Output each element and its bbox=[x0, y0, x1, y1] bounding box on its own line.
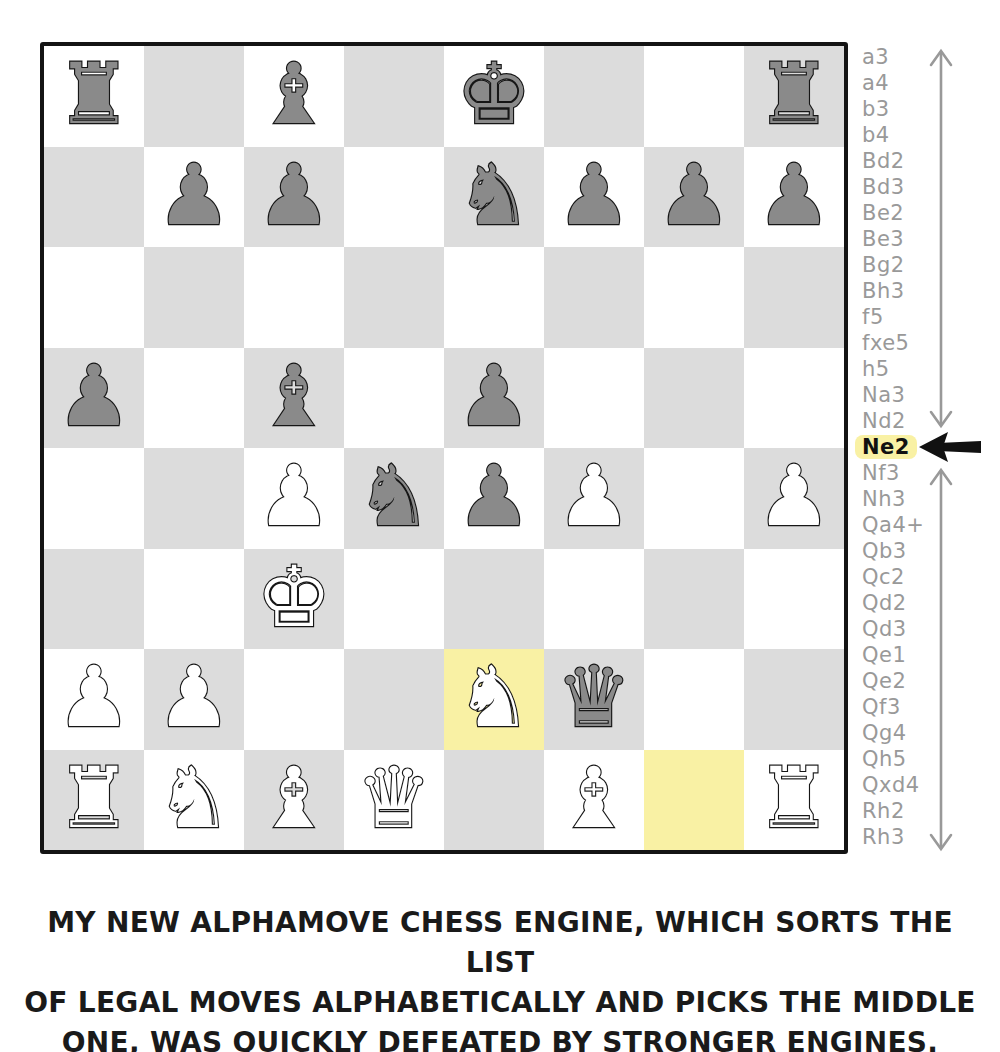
square-g7: ♟ bbox=[644, 147, 744, 248]
square-d7 bbox=[344, 147, 444, 248]
piece-white-pawn-a2: ♟ bbox=[56, 655, 131, 739]
move-list-item: Qa4+ bbox=[862, 512, 937, 538]
piece-black-bishop-c8: ♝ bbox=[256, 52, 331, 136]
square-g1 bbox=[644, 750, 744, 851]
square-h2 bbox=[744, 649, 844, 750]
move-label: f5 bbox=[862, 305, 884, 329]
square-d4: ♞ bbox=[344, 448, 444, 549]
square-d8 bbox=[344, 46, 444, 147]
move-label: Bg2 bbox=[862, 253, 905, 277]
chess-board: ♜♝♚♜♟♟♞♟♟♟♟♝♟♟♞♟♟♟♚♟♟♞♛♜♞♝♛♝♜ bbox=[40, 42, 848, 854]
piece-black-pawn-e4: ♟ bbox=[456, 454, 531, 538]
piece-black-bishop-c5: ♝ bbox=[256, 354, 331, 438]
square-e2: ♞ bbox=[444, 649, 544, 750]
move-label: Be3 bbox=[862, 227, 904, 251]
square-h1: ♜ bbox=[744, 750, 844, 851]
square-d5 bbox=[344, 348, 444, 449]
move-list-item: Qh5 bbox=[862, 746, 937, 772]
square-a1: ♜ bbox=[44, 750, 144, 851]
piece-black-pawn-g7: ♟ bbox=[656, 153, 731, 237]
move-label: Qa4+ bbox=[862, 513, 924, 537]
move-list-item: b3 bbox=[862, 96, 937, 122]
piece-black-pawn-e5: ♟ bbox=[456, 354, 531, 438]
move-label: Rh2 bbox=[862, 799, 905, 823]
move-label: Qc2 bbox=[862, 565, 905, 589]
square-b3 bbox=[144, 549, 244, 650]
move-list-item: Nd2 bbox=[862, 408, 937, 434]
piece-white-queen-d1: ♛ bbox=[356, 756, 431, 840]
move-list-item: Qxd4 bbox=[862, 772, 937, 798]
square-h3 bbox=[744, 549, 844, 650]
move-label: Bd2 bbox=[862, 149, 905, 173]
piece-black-pawn-c7: ♟ bbox=[256, 153, 331, 237]
move-list-item: a3 bbox=[862, 44, 937, 70]
move-list-item: h5 bbox=[862, 356, 937, 382]
move-list-item: b4 bbox=[862, 122, 937, 148]
piece-white-rook-a1: ♜ bbox=[56, 756, 131, 840]
square-a4 bbox=[44, 448, 144, 549]
square-a2: ♟ bbox=[44, 649, 144, 750]
move-list-item: Qd2 bbox=[862, 590, 937, 616]
move-list-item: Qg4 bbox=[862, 720, 937, 746]
piece-white-knight-b1: ♞ bbox=[156, 756, 231, 840]
move-list-item: Bh3 bbox=[862, 278, 937, 304]
square-h4: ♟ bbox=[744, 448, 844, 549]
square-c1: ♝ bbox=[244, 750, 344, 851]
move-list-item: Nf3 bbox=[862, 460, 937, 486]
square-f3 bbox=[544, 549, 644, 650]
piece-black-pawn-h7: ♟ bbox=[756, 153, 831, 237]
move-list-item: Na3 bbox=[862, 382, 937, 408]
square-h8: ♜ bbox=[744, 46, 844, 147]
move-label: Qb3 bbox=[862, 539, 907, 563]
piece-black-king-e8: ♚ bbox=[456, 52, 531, 136]
square-b2: ♟ bbox=[144, 649, 244, 750]
move-label: Qh5 bbox=[862, 747, 907, 771]
move-label: Qd2 bbox=[862, 591, 907, 615]
square-f5 bbox=[544, 348, 644, 449]
square-b7: ♟ bbox=[144, 147, 244, 248]
square-a3 bbox=[44, 549, 144, 650]
move-label: h5 bbox=[862, 357, 890, 381]
caption-line: ONE, WAS QUICKLY DEFEATED BY STRONGER EN… bbox=[20, 1023, 980, 1052]
move-label: Qe1 bbox=[862, 643, 906, 667]
caption-line: MY NEW ALPHAMOVE CHESS ENGINE, WHICH SOR… bbox=[20, 903, 980, 983]
piece-black-knight-d4: ♞ bbox=[356, 454, 431, 538]
square-d6 bbox=[344, 247, 444, 348]
move-list-item: Qf3 bbox=[862, 694, 937, 720]
piece-black-pawn-a5: ♟ bbox=[56, 354, 131, 438]
move-list-item: Bd2 bbox=[862, 148, 937, 174]
piece-white-rook-h1: ♜ bbox=[756, 756, 831, 840]
piece-black-rook-h8: ♜ bbox=[756, 52, 831, 136]
move-label: Qd3 bbox=[862, 617, 907, 641]
piece-black-pawn-b7: ♟ bbox=[156, 153, 231, 237]
piece-black-rook-a8: ♜ bbox=[56, 52, 131, 136]
square-e1 bbox=[444, 750, 544, 851]
caption: MY NEW ALPHAMOVE CHESS ENGINE, WHICH SOR… bbox=[20, 903, 980, 1052]
move-list-item: f5 bbox=[862, 304, 937, 330]
square-b8 bbox=[144, 46, 244, 147]
move-list-item: Qe2 bbox=[862, 668, 937, 694]
move-label: Qxd4 bbox=[862, 773, 920, 797]
square-b6 bbox=[144, 247, 244, 348]
move-label: a3 bbox=[862, 45, 889, 69]
move-label: a4 bbox=[862, 71, 889, 95]
piece-black-knight-e7: ♞ bbox=[456, 153, 531, 237]
square-e8: ♚ bbox=[444, 46, 544, 147]
move-label: Nh3 bbox=[862, 487, 906, 511]
square-g5 bbox=[644, 348, 744, 449]
move-list: a3a4b3b4Bd2Bd3Be2Be3Bg2Bh3f5fxe5h5Na3Nd2… bbox=[862, 44, 937, 850]
move-label: b3 bbox=[862, 97, 890, 121]
square-f7: ♟ bbox=[544, 147, 644, 248]
move-list-item: a4 bbox=[862, 70, 937, 96]
square-h5 bbox=[744, 348, 844, 449]
move-label: Na3 bbox=[862, 383, 905, 407]
square-d3 bbox=[344, 549, 444, 650]
square-g2 bbox=[644, 649, 744, 750]
move-label: Ne2 bbox=[855, 435, 917, 459]
move-list-item: Qd3 bbox=[862, 616, 937, 642]
move-label: b4 bbox=[862, 123, 890, 147]
square-e6 bbox=[444, 247, 544, 348]
piece-white-pawn-c4: ♟ bbox=[256, 454, 331, 538]
square-c2 bbox=[244, 649, 344, 750]
move-list-item-selected: Ne2 bbox=[862, 434, 937, 460]
move-list-item: Bg2 bbox=[862, 252, 937, 278]
square-e5: ♟ bbox=[444, 348, 544, 449]
square-b5 bbox=[144, 348, 244, 449]
square-e3 bbox=[444, 549, 544, 650]
move-label: Nd2 bbox=[862, 409, 906, 433]
move-list-item: Bd3 bbox=[862, 174, 937, 200]
move-label: Bh3 bbox=[862, 279, 905, 303]
square-h6 bbox=[744, 247, 844, 348]
square-a5: ♟ bbox=[44, 348, 144, 449]
caption-line: OF LEGAL MOVES ALPHABETICALLY AND PICKS … bbox=[20, 983, 980, 1023]
piece-white-king-c3: ♚ bbox=[256, 555, 331, 639]
move-list-item: Rh2 bbox=[862, 798, 937, 824]
square-f1: ♝ bbox=[544, 750, 644, 851]
move-list-item: Nh3 bbox=[862, 486, 937, 512]
move-label: Bd3 bbox=[862, 175, 905, 199]
square-g3 bbox=[644, 549, 744, 650]
piece-white-pawn-b2: ♟ bbox=[156, 655, 231, 739]
move-label: Nf3 bbox=[862, 461, 900, 485]
move-list-item: Be3 bbox=[862, 226, 937, 252]
move-label: fxe5 bbox=[862, 331, 909, 355]
move-label: Rh3 bbox=[862, 825, 905, 849]
square-h7: ♟ bbox=[744, 147, 844, 248]
square-c6 bbox=[244, 247, 344, 348]
piece-white-bishop-f1: ♝ bbox=[556, 756, 631, 840]
square-g4 bbox=[644, 448, 744, 549]
square-a7 bbox=[44, 147, 144, 248]
piece-black-queen-f2: ♛ bbox=[556, 655, 631, 739]
move-label: Be2 bbox=[862, 201, 904, 225]
piece-white-bishop-c1: ♝ bbox=[256, 756, 331, 840]
piece-white-pawn-h4: ♟ bbox=[756, 454, 831, 538]
move-list-item: Be2 bbox=[862, 200, 937, 226]
square-a6 bbox=[44, 247, 144, 348]
square-c5: ♝ bbox=[244, 348, 344, 449]
piece-white-knight-e2: ♞ bbox=[456, 655, 531, 739]
square-c3: ♚ bbox=[244, 549, 344, 650]
square-g8 bbox=[644, 46, 744, 147]
move-list-item: fxe5 bbox=[862, 330, 937, 356]
square-f6 bbox=[544, 247, 644, 348]
move-label: Qe2 bbox=[862, 669, 906, 693]
square-c7: ♟ bbox=[244, 147, 344, 248]
move-list-item: Qc2 bbox=[862, 564, 937, 590]
square-f4: ♟ bbox=[544, 448, 644, 549]
move-list-item: Qb3 bbox=[862, 538, 937, 564]
move-list-item: Qe1 bbox=[862, 642, 937, 668]
move-label: Qf3 bbox=[862, 695, 901, 719]
square-e4: ♟ bbox=[444, 448, 544, 549]
square-d2 bbox=[344, 649, 444, 750]
move-label: Qg4 bbox=[862, 721, 907, 745]
move-list-item: Rh3 bbox=[862, 824, 937, 850]
square-e7: ♞ bbox=[444, 147, 544, 248]
square-c8: ♝ bbox=[244, 46, 344, 147]
piece-black-pawn-f7: ♟ bbox=[556, 153, 631, 237]
square-f2: ♛ bbox=[544, 649, 644, 750]
square-c4: ♟ bbox=[244, 448, 344, 549]
piece-white-pawn-f4: ♟ bbox=[556, 454, 631, 538]
square-d1: ♛ bbox=[344, 750, 444, 851]
square-b1: ♞ bbox=[144, 750, 244, 851]
square-g6 bbox=[644, 247, 744, 348]
square-f8 bbox=[544, 46, 644, 147]
square-b4 bbox=[144, 448, 244, 549]
comic-panel: ♜♝♚♜♟♟♞♟♟♟♟♝♟♟♞♟♟♟♚♟♟♞♛♜♞♝♛♝♜ a3a4b3b4Bd… bbox=[0, 0, 1000, 1052]
square-a8: ♜ bbox=[44, 46, 144, 147]
